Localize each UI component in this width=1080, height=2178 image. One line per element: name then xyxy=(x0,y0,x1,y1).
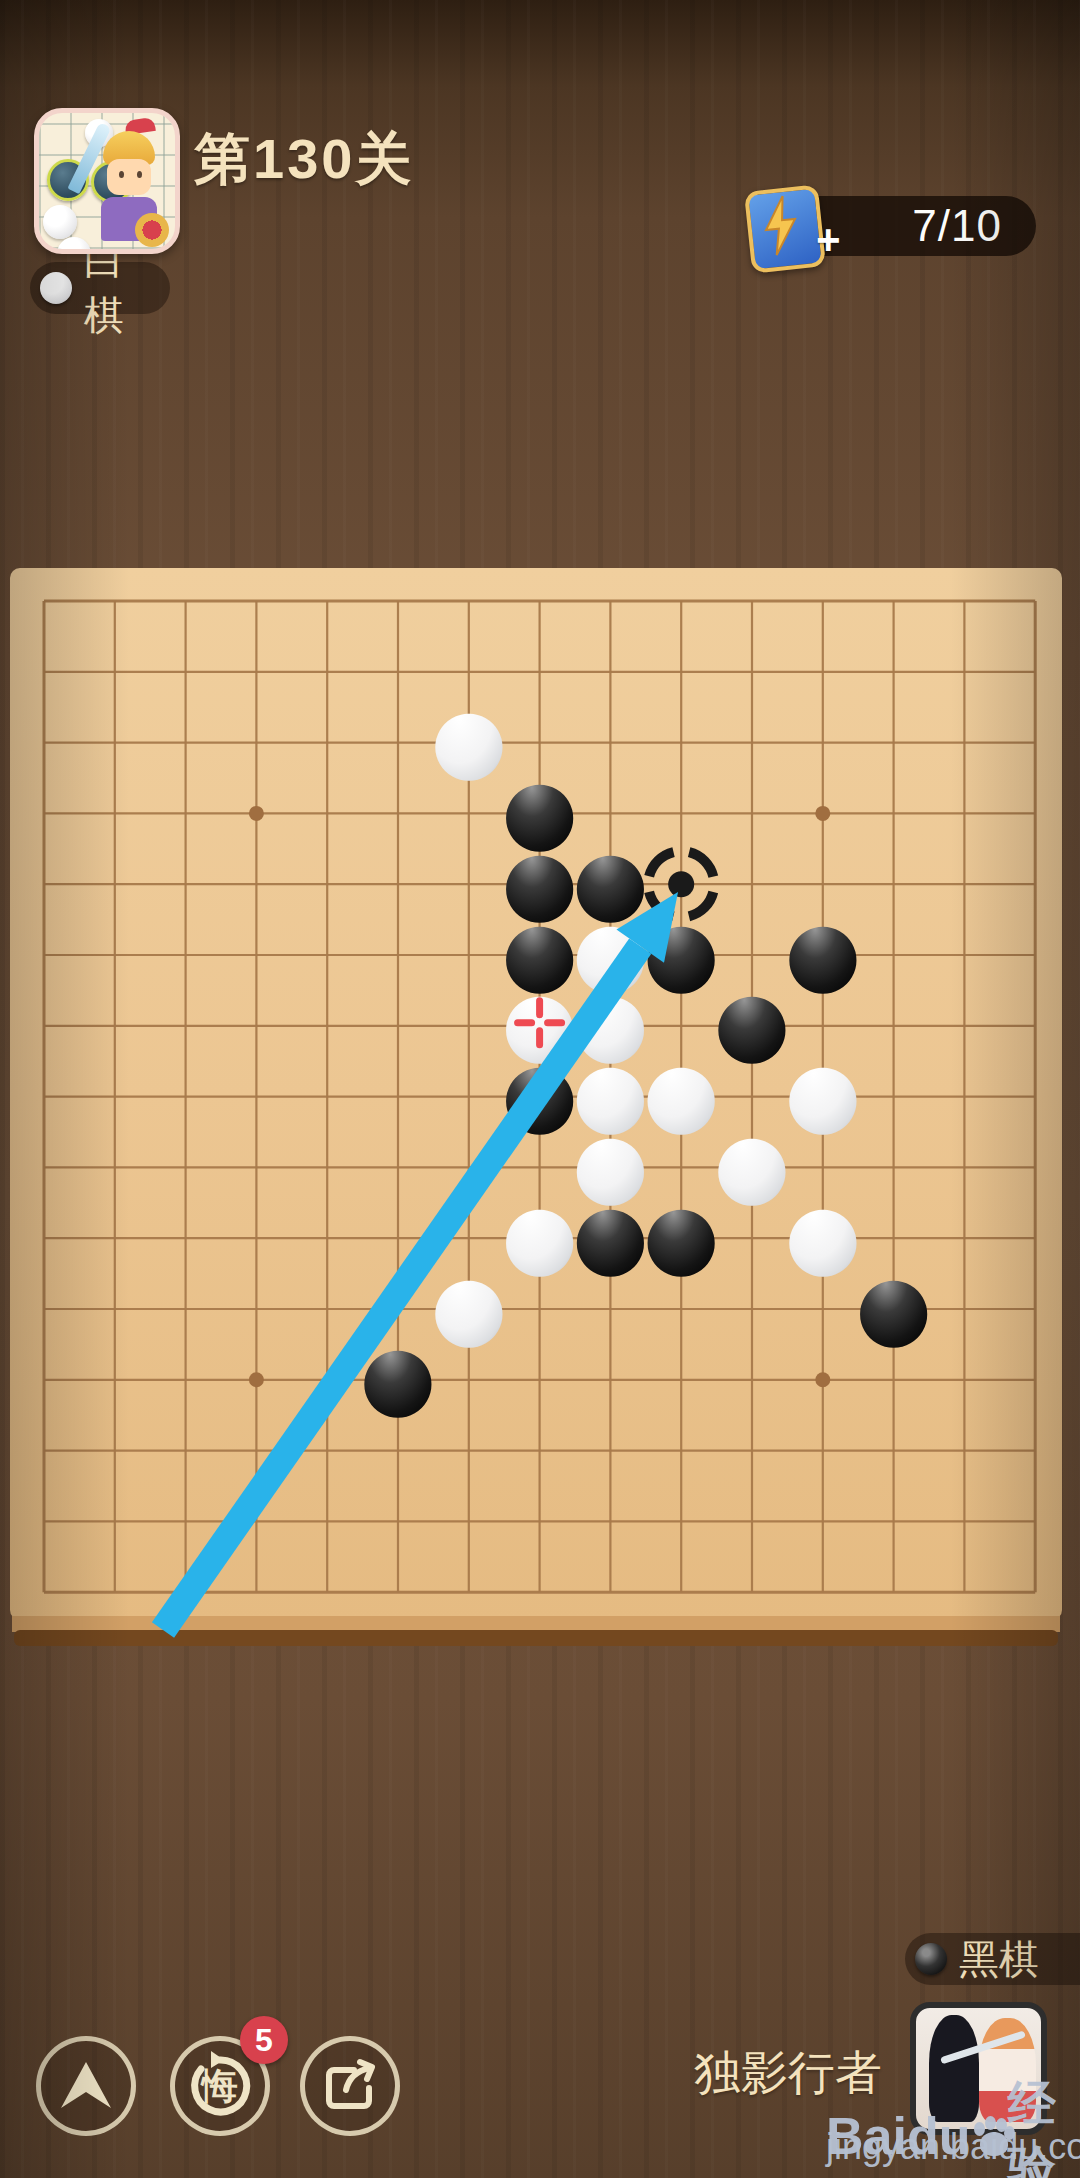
player-side-pill: 白棋 xyxy=(30,262,170,314)
white-stone: ● xyxy=(784,1184,861,1287)
undo-label: 悔 xyxy=(202,2062,238,2111)
home-button[interactable] xyxy=(36,2036,136,2136)
white-stone: ● xyxy=(430,688,507,791)
gomoku-board[interactable]: ●●●●●●●●●●●●●●●●●●●●●●●● xyxy=(10,568,1062,1648)
lightning-icon xyxy=(748,190,813,262)
white-stone: ● xyxy=(572,1113,649,1216)
watermark-url: jingyan.baidu.com xyxy=(826,2126,1080,2168)
mini-knight-face xyxy=(107,159,151,195)
white-stone: ● xyxy=(714,1113,791,1216)
black-stone: ● xyxy=(784,901,861,1004)
mini-knight-eye xyxy=(137,171,142,178)
undo-count-badge: 5 xyxy=(240,2016,288,2064)
mini-knight-eye xyxy=(119,171,124,178)
opponent-side-pill: 黑棋 xyxy=(905,1933,1080,1985)
opponent-side-label: 黑棋 xyxy=(959,1932,1039,1987)
level-title: 第130关 xyxy=(194,122,414,198)
white-stone: ● xyxy=(784,1042,861,1145)
level-avatar xyxy=(34,108,180,254)
target-dot-marker[interactable] xyxy=(668,871,694,897)
share-icon xyxy=(318,2054,382,2118)
white-stone: ● xyxy=(430,1255,507,1358)
black-stone: ● xyxy=(714,971,791,1074)
mini-knight-shield xyxy=(135,213,169,247)
energy-value: 7/10 xyxy=(912,201,1002,251)
white-stone: ● xyxy=(643,1042,720,1145)
black-stone: ● xyxy=(855,1255,932,1358)
share-button[interactable] xyxy=(300,2036,400,2136)
white-stone: ● xyxy=(501,1184,578,1287)
home-peak-icon xyxy=(54,2054,118,2118)
white-stone-icon xyxy=(40,272,72,304)
mini-white-stone xyxy=(43,205,77,239)
black-stone-icon xyxy=(915,1943,947,1975)
black-stone: ● xyxy=(643,1184,720,1287)
energy-plus-icon: + xyxy=(816,216,841,264)
energy-card-icon[interactable] xyxy=(744,184,826,273)
